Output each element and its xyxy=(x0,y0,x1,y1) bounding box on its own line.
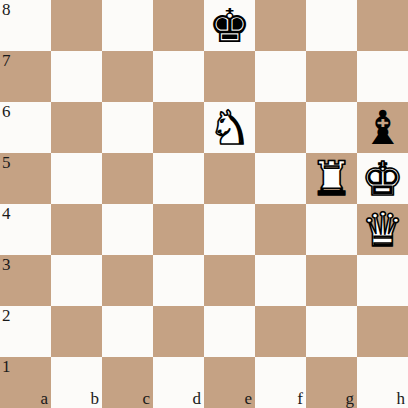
file-label-b: b xyxy=(91,390,100,407)
square-e4[interactable] xyxy=(204,204,255,255)
square-h8[interactable] xyxy=(357,0,408,51)
file-label-d: d xyxy=(193,390,202,407)
square-d5[interactable] xyxy=(153,153,204,204)
square-h5[interactable]: ♚ xyxy=(357,153,408,204)
square-b8[interactable] xyxy=(51,0,102,51)
square-g8[interactable] xyxy=(306,0,357,51)
square-e5[interactable] xyxy=(204,153,255,204)
square-c6[interactable] xyxy=(102,102,153,153)
piece-black-king[interactable]: ♚ xyxy=(204,0,255,51)
square-b5[interactable] xyxy=(51,153,102,204)
square-a8[interactable]: 8 xyxy=(0,0,51,51)
file-label-e: e xyxy=(244,390,252,407)
square-f8[interactable] xyxy=(255,0,306,51)
square-a2[interactable]: 2 xyxy=(0,306,51,357)
rank-label-1: 1 xyxy=(2,358,11,375)
rank-label-6: 6 xyxy=(2,103,11,120)
piece-white-queen[interactable]: ♛ xyxy=(357,204,408,255)
square-h3[interactable] xyxy=(357,255,408,306)
square-a4[interactable]: 4 xyxy=(0,204,51,255)
piece-white-rook[interactable]: ♜ xyxy=(306,153,357,204)
square-f6[interactable] xyxy=(255,102,306,153)
square-c3[interactable] xyxy=(102,255,153,306)
square-g7[interactable] xyxy=(306,51,357,102)
square-c1[interactable]: c xyxy=(102,357,153,408)
rank-label-7: 7 xyxy=(2,52,11,69)
rank-label-2: 2 xyxy=(2,307,11,324)
rank-label-4: 4 xyxy=(2,205,11,222)
square-e7[interactable] xyxy=(204,51,255,102)
square-a1[interactable]: 1a xyxy=(0,357,51,408)
square-a6[interactable]: 6 xyxy=(0,102,51,153)
square-f4[interactable] xyxy=(255,204,306,255)
square-d8[interactable] xyxy=(153,0,204,51)
square-f5[interactable] xyxy=(255,153,306,204)
piece-black-bishop[interactable]: ♝ xyxy=(357,102,408,153)
square-e1[interactable]: e xyxy=(204,357,255,408)
square-g3[interactable] xyxy=(306,255,357,306)
piece-white-king[interactable]: ♚ xyxy=(357,153,408,204)
square-d4[interactable] xyxy=(153,204,204,255)
square-b7[interactable] xyxy=(51,51,102,102)
square-b6[interactable] xyxy=(51,102,102,153)
square-e6[interactable]: ♞ xyxy=(204,102,255,153)
square-h2[interactable] xyxy=(357,306,408,357)
file-label-g: g xyxy=(346,390,355,407)
square-c4[interactable] xyxy=(102,204,153,255)
square-e8[interactable]: ♚ xyxy=(204,0,255,51)
piece-white-knight[interactable]: ♞ xyxy=(204,102,255,153)
file-label-c: c xyxy=(142,390,150,407)
square-g1[interactable]: g xyxy=(306,357,357,408)
square-f1[interactable]: f xyxy=(255,357,306,408)
square-f3[interactable] xyxy=(255,255,306,306)
square-d2[interactable] xyxy=(153,306,204,357)
square-c5[interactable] xyxy=(102,153,153,204)
square-h1[interactable]: h xyxy=(357,357,408,408)
square-g5[interactable]: ♜ xyxy=(306,153,357,204)
square-g2[interactable] xyxy=(306,306,357,357)
file-label-f: f xyxy=(297,390,303,407)
square-e2[interactable] xyxy=(204,306,255,357)
square-h4[interactable]: ♛ xyxy=(357,204,408,255)
file-label-a: a xyxy=(40,390,48,407)
square-g4[interactable] xyxy=(306,204,357,255)
square-c2[interactable] xyxy=(102,306,153,357)
square-d1[interactable]: d xyxy=(153,357,204,408)
square-g6[interactable] xyxy=(306,102,357,153)
chess-board: 8♚76♞♝5♜♚4♛321abcdefgh xyxy=(0,0,408,408)
square-c8[interactable] xyxy=(102,0,153,51)
rank-label-5: 5 xyxy=(2,154,11,171)
square-d3[interactable] xyxy=(153,255,204,306)
square-d6[interactable] xyxy=(153,102,204,153)
square-e3[interactable] xyxy=(204,255,255,306)
square-b3[interactable] xyxy=(51,255,102,306)
square-b4[interactable] xyxy=(51,204,102,255)
square-h6[interactable]: ♝ xyxy=(357,102,408,153)
square-a5[interactable]: 5 xyxy=(0,153,51,204)
square-c7[interactable] xyxy=(102,51,153,102)
square-f2[interactable] xyxy=(255,306,306,357)
square-a7[interactable]: 7 xyxy=(0,51,51,102)
rank-label-8: 8 xyxy=(2,1,11,18)
square-b1[interactable]: b xyxy=(51,357,102,408)
square-d7[interactable] xyxy=(153,51,204,102)
square-f7[interactable] xyxy=(255,51,306,102)
rank-label-3: 3 xyxy=(2,256,11,273)
square-a3[interactable]: 3 xyxy=(0,255,51,306)
file-label-h: h xyxy=(397,390,406,407)
square-h7[interactable] xyxy=(357,51,408,102)
square-b2[interactable] xyxy=(51,306,102,357)
